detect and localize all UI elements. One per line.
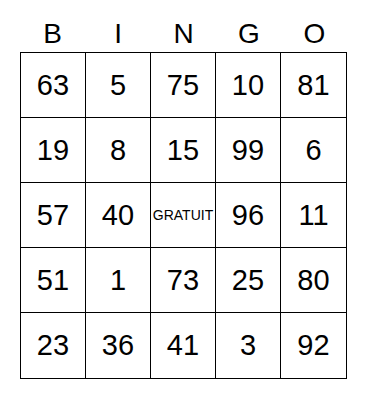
bingo-card: B I N G O 63 5 75 10 81 19 8 15 99 6 57 … [0,0,368,400]
bingo-cell-r3c2[interactable]: 40 [86,183,151,248]
header-letter-g: G [216,16,281,48]
bingo-cell-r2c3[interactable]: 15 [151,118,216,183]
bingo-cell-r5c2[interactable]: 36 [86,313,151,378]
bingo-cell-r1c1[interactable]: 63 [21,53,86,118]
bingo-cell-r5c3[interactable]: 41 [151,313,216,378]
bingo-cell-r1c3[interactable]: 75 [151,53,216,118]
free-space-cell[interactable]: GRATUIT [151,183,216,248]
bingo-cell-r4c3[interactable]: 73 [151,248,216,313]
bingo-cell-r3c1[interactable]: 57 [21,183,86,248]
bingo-cell-r2c2[interactable]: 8 [86,118,151,183]
bingo-cell-r4c5[interactable]: 80 [281,248,346,313]
bingo-cell-r4c1[interactable]: 51 [21,248,86,313]
header-letter-b: B [20,16,85,48]
bingo-cell-r5c4[interactable]: 3 [216,313,281,378]
header-letter-o: O [282,16,347,48]
bingo-header: B I N G O [20,16,347,48]
header-letter-i: I [85,16,150,48]
bingo-cell-r2c4[interactable]: 99 [216,118,281,183]
bingo-cell-r1c4[interactable]: 10 [216,53,281,118]
bingo-cell-r5c5[interactable]: 92 [281,313,346,378]
bingo-cell-r3c4[interactable]: 96 [216,183,281,248]
bingo-cell-r1c5[interactable]: 81 [281,53,346,118]
bingo-cell-r5c1[interactable]: 23 [21,313,86,378]
bingo-cell-r2c1[interactable]: 19 [21,118,86,183]
bingo-grid: 63 5 75 10 81 19 8 15 99 6 57 40 GRATUIT… [20,52,347,379]
header-letter-n: N [151,16,216,48]
bingo-cell-r3c5[interactable]: 11 [281,183,346,248]
bingo-cell-r4c2[interactable]: 1 [86,248,151,313]
bingo-cell-r2c5[interactable]: 6 [281,118,346,183]
bingo-cell-r4c4[interactable]: 25 [216,248,281,313]
bingo-cell-r1c2[interactable]: 5 [86,53,151,118]
